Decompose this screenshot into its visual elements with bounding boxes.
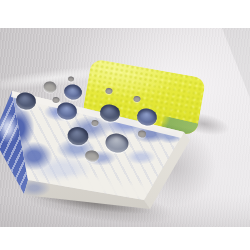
drain-hole-small	[133, 95, 141, 102]
screenshot-canvas: { "scene": { "kind": "product photograph…	[0, 0, 250, 250]
drain-hole-small	[105, 87, 113, 94]
drain-hole-large	[56, 101, 79, 121]
drain-hole-large	[66, 125, 90, 146]
drain-hole-small	[52, 96, 60, 103]
photo-area	[0, 28, 250, 227]
drain-hole-large	[63, 83, 83, 101]
drain-hole-small	[137, 130, 146, 138]
drain-hole-large	[15, 91, 38, 111]
drain-hole-small	[91, 119, 99, 126]
drain-hole-small	[68, 76, 75, 82]
drain-holes-layer	[0, 28, 250, 227]
drain-hole-medium	[84, 149, 100, 162]
drain-hole-medium	[43, 80, 58, 93]
drain-hole-large	[104, 132, 130, 155]
drain-hole-large	[99, 103, 122, 123]
drain-hole-large	[136, 107, 159, 127]
